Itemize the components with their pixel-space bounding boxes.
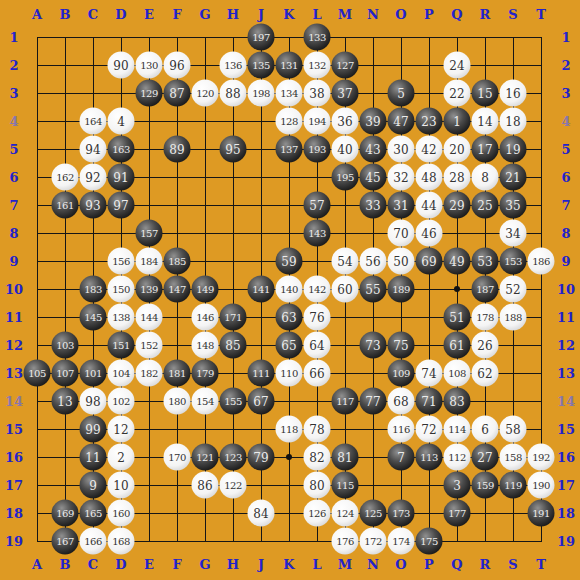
stone-D17-move-10: 10 [108,472,135,499]
move-number: 2 [117,451,125,463]
stone-J13-move-111: 111 [248,360,275,387]
move-number: 101 [84,368,102,378]
row-label-right-8: 8 [561,227,570,240]
move-number: 75 [393,339,408,351]
row-label-right-5: 5 [561,143,570,156]
stone-M18-move-124: 124 [332,500,359,527]
move-number: 146 [196,312,214,322]
move-number: 24 [449,59,464,71]
stone-O9-move-50: 50 [388,248,415,275]
column-label-top-F: F [172,8,181,21]
move-number: 134 [280,88,298,98]
column-label-top-K: K [283,8,294,21]
stone-L3-move-38: 38 [304,80,331,107]
move-number: 1 [453,115,461,127]
move-number: 35 [505,199,520,211]
stone-S6-move-21: 21 [500,164,527,191]
column-label-bottom-P: P [424,558,434,571]
stone-D2-move-90: 90 [108,52,135,79]
move-number: 135 [252,60,270,70]
move-number: 111 [252,368,270,378]
move-number: 95 [225,143,240,155]
stone-B7-move-161: 161 [52,192,79,219]
column-label-top-Q: Q [451,8,462,21]
stone-C16-move-11: 11 [80,444,107,471]
move-number: 21 [505,171,520,183]
row-label-right-13: 13 [557,367,575,380]
stone-M3-move-37: 37 [332,80,359,107]
stone-L10-move-142: 142 [304,276,331,303]
move-number: 62 [477,367,492,379]
move-number: 32 [393,171,408,183]
row-label-left-18: 18 [5,507,23,520]
stone-K10-move-140: 140 [276,276,303,303]
row-label-left-4: 4 [9,115,18,128]
move-number: 107 [56,368,74,378]
move-number: 181 [168,368,186,378]
stone-P16-move-113: 113 [416,444,443,471]
move-number: 89 [169,143,184,155]
row-label-right-11: 11 [557,311,575,324]
move-number: 59 [281,255,296,267]
move-number: 121 [196,452,214,462]
stone-G13-move-179: 179 [192,360,219,387]
move-number: 51 [449,311,464,323]
move-number: 52 [505,283,520,295]
move-number: 110 [280,368,298,378]
stone-F13-move-181: 181 [164,360,191,387]
move-number: 79 [253,451,268,463]
move-number: 25 [477,199,492,211]
stone-F10-move-147: 147 [164,276,191,303]
stone-M5-move-40: 40 [332,136,359,163]
move-number: 99 [85,423,100,435]
move-number: 23 [421,115,436,127]
move-number: 19 [505,143,520,155]
stone-O14-move-68: 68 [388,388,415,415]
row-label-right-15: 15 [557,423,575,436]
column-label-bottom-N: N [367,558,379,571]
move-number: 174 [392,536,410,546]
move-number: 125 [364,508,382,518]
move-number: 191 [532,508,550,518]
move-number: 29 [449,199,464,211]
move-number: 70 [393,227,408,239]
move-number: 195 [336,172,354,182]
stone-L13-move-66: 66 [304,360,331,387]
move-number: 157 [140,228,158,238]
move-number: 40 [337,143,352,155]
move-number: 57 [309,199,324,211]
row-label-right-10: 10 [557,283,575,296]
move-number: 164 [84,116,102,126]
stone-P6-move-48: 48 [416,164,443,191]
move-number: 118 [280,424,298,434]
move-number: 185 [168,256,186,266]
row-label-left-15: 15 [5,423,23,436]
stone-S10-move-52: 52 [500,276,527,303]
move-number: 182 [140,368,158,378]
stone-N14-move-77: 77 [360,388,387,415]
stone-Q15-move-114: 114 [444,416,471,443]
column-label-top-E: E [144,8,154,21]
stone-G14-move-154: 154 [192,388,219,415]
stone-P15-move-72: 72 [416,416,443,443]
move-number: 126 [308,508,326,518]
move-number: 43 [365,143,380,155]
move-number: 87 [169,87,184,99]
stone-S17-move-119: 119 [500,472,527,499]
move-number: 152 [140,340,158,350]
move-number: 180 [168,396,186,406]
move-number: 9 [89,479,97,491]
stone-E2-move-130: 130 [136,52,163,79]
move-number: 8 [481,171,489,183]
row-label-left-9: 9 [9,255,18,268]
row-label-right-4: 4 [561,115,570,128]
stone-O10-move-189: 189 [388,276,415,303]
stone-J2-move-135: 135 [248,52,275,79]
stone-S9-move-153: 153 [500,248,527,275]
stone-E12-move-152: 152 [136,332,163,359]
stone-L4-move-194: 194 [304,108,331,135]
stone-O4-move-47: 47 [388,108,415,135]
stone-B6-move-162: 162 [52,164,79,191]
move-number: 197 [252,32,270,42]
stone-N18-move-125: 125 [360,500,387,527]
stone-B18-move-169: 169 [52,500,79,527]
move-number: 169 [56,508,74,518]
move-number: 39 [365,115,380,127]
move-number: 10 [113,479,128,491]
move-number: 76 [309,311,324,323]
row-label-left-13: 13 [5,367,23,380]
column-label-bottom-B: B [60,558,71,571]
move-number: 120 [196,88,214,98]
column-label-bottom-K: K [283,558,294,571]
stone-N5-move-43: 43 [360,136,387,163]
column-label-top-J: J [258,8,264,21]
move-number: 144 [140,312,158,322]
stone-N19-move-172: 172 [360,528,387,555]
move-number: 22 [449,87,464,99]
column-label-top-S: S [508,8,517,21]
stone-C19-move-166: 166 [80,528,107,555]
go-board[interactable]: AABBCCDDEEFFGGHHJJKKLLMMNNOOPPQQRRSSTT11… [0,0,580,580]
move-number: 183 [84,284,102,294]
column-label-bottom-Q: Q [451,558,462,571]
stone-P8-move-46: 46 [416,220,443,247]
move-number: 3 [453,479,461,491]
move-number: 156 [112,256,130,266]
move-number: 109 [392,368,410,378]
stone-K11-move-63: 63 [276,304,303,331]
stone-M2-move-127: 127 [332,52,359,79]
move-number: 123 [224,452,242,462]
stone-E8-move-157: 157 [136,220,163,247]
move-number: 153 [504,256,522,266]
row-label-left-16: 16 [5,451,23,464]
move-number: 154 [196,396,214,406]
stone-L15-move-78: 78 [304,416,331,443]
stone-R4-move-14: 14 [472,108,499,135]
stone-S7-move-35: 35 [500,192,527,219]
move-number: 165 [84,508,102,518]
stone-L11-move-76: 76 [304,304,331,331]
move-number: 170 [168,452,186,462]
move-number: 68 [393,395,408,407]
column-label-bottom-J: J [258,558,264,571]
move-number: 42 [421,143,436,155]
stone-C14-move-98: 98 [80,388,107,415]
move-number: 47 [393,115,408,127]
move-number: 102 [112,396,130,406]
row-label-left-10: 10 [5,283,23,296]
move-number: 13 [57,395,72,407]
move-number: 175 [420,536,438,546]
move-number: 86 [197,479,212,491]
move-number: 7 [397,451,405,463]
stone-O16-move-7: 7 [388,444,415,471]
stone-K5-move-137: 137 [276,136,303,163]
move-number: 130 [140,60,158,70]
move-number: 50 [393,255,408,267]
column-label-bottom-F: F [172,558,181,571]
column-label-top-C: C [88,8,98,21]
move-number: 31 [393,199,408,211]
row-label-left-8: 8 [9,227,18,240]
move-number: 108 [448,368,466,378]
stone-N10-move-55: 55 [360,276,387,303]
column-label-top-A: A [32,8,42,21]
move-number: 82 [309,451,324,463]
row-label-right-6: 6 [561,171,570,184]
column-label-bottom-L: L [312,558,321,571]
move-number: 58 [505,423,520,435]
move-number: 161 [56,200,74,210]
stone-Q14-move-83: 83 [444,388,471,415]
stone-N7-move-33: 33 [360,192,387,219]
stone-R9-move-53: 53 [472,248,499,275]
stone-M6-move-195: 195 [332,164,359,191]
move-number: 149 [196,284,214,294]
move-number: 17 [477,143,492,155]
move-number: 48 [421,171,436,183]
stone-S16-move-158: 158 [500,444,527,471]
stone-P13-move-74: 74 [416,360,443,387]
stone-H5-move-95: 95 [220,136,247,163]
stone-M10-move-60: 60 [332,276,359,303]
move-number: 61 [449,339,464,351]
move-number: 18 [505,115,520,127]
move-number: 187 [476,284,494,294]
stone-E9-move-184: 184 [136,248,163,275]
stone-O7-move-31: 31 [388,192,415,219]
move-number: 167 [56,536,74,546]
stone-L18-move-126: 126 [304,500,331,527]
stone-G11-move-146: 146 [192,304,219,331]
move-number: 113 [420,452,438,462]
stone-N9-move-56: 56 [360,248,387,275]
column-label-top-O: O [395,8,406,21]
row-label-right-12: 12 [557,339,575,352]
row-label-right-14: 14 [557,395,575,408]
move-number: 12 [113,423,128,435]
stone-L5-move-193: 193 [304,136,331,163]
move-number: 6 [481,423,489,435]
stone-H11-move-171: 171 [220,304,247,331]
column-label-bottom-R: R [480,558,491,571]
move-number: 129 [140,88,158,98]
stone-L17-move-80: 80 [304,472,331,499]
stone-F14-move-180: 180 [164,388,191,415]
stone-E3-move-129: 129 [136,80,163,107]
column-label-top-G: G [199,8,210,21]
stone-F5-move-89: 89 [164,136,191,163]
move-number: 122 [224,480,242,490]
column-label-bottom-T: T [536,558,546,571]
move-number: 145 [84,312,102,322]
move-number: 60 [337,283,352,295]
stone-R7-move-25: 25 [472,192,499,219]
column-label-top-R: R [480,8,491,21]
stone-B13-move-107: 107 [52,360,79,387]
stone-R16-move-27: 27 [472,444,499,471]
stone-O12-move-75: 75 [388,332,415,359]
move-number: 114 [448,424,466,434]
stone-D11-move-138: 138 [108,304,135,331]
move-number: 93 [85,199,100,211]
column-label-top-L: L [312,8,321,21]
stone-Q9-move-49: 49 [444,248,471,275]
move-number: 148 [196,340,214,350]
stone-K13-move-110: 110 [276,360,303,387]
move-number: 46 [421,227,436,239]
move-number: 73 [365,339,380,351]
move-number: 119 [504,480,522,490]
move-number: 193 [308,144,326,154]
column-label-bottom-H: H [227,558,239,571]
stone-M16-move-81: 81 [332,444,359,471]
move-number: 192 [532,452,550,462]
row-label-left-19: 19 [5,535,23,548]
move-number: 112 [448,452,466,462]
stone-D12-move-151: 151 [108,332,135,359]
stone-G10-move-149: 149 [192,276,219,303]
stone-O3-move-5: 5 [388,80,415,107]
stone-O19-move-174: 174 [388,528,415,555]
stone-R10-move-187: 187 [472,276,499,303]
move-number: 163 [112,144,130,154]
move-number: 53 [477,255,492,267]
move-number: 37 [337,87,352,99]
stone-C18-move-165: 165 [80,500,107,527]
column-label-top-P: P [424,8,434,21]
move-number: 36 [337,115,352,127]
move-number: 28 [449,171,464,183]
move-number: 178 [476,312,494,322]
stone-E10-move-139: 139 [136,276,163,303]
stone-S11-move-188: 188 [500,304,527,331]
move-number: 67 [253,395,268,407]
stone-B14-move-13: 13 [52,388,79,415]
move-number: 54 [337,255,352,267]
stone-S5-move-19: 19 [500,136,527,163]
column-label-top-N: N [367,8,379,21]
move-number: 139 [140,284,158,294]
stone-H14-move-155: 155 [220,388,247,415]
star-point-Q10 [454,286,460,292]
move-number: 71 [421,395,436,407]
move-number: 160 [112,508,130,518]
move-number: 176 [336,536,354,546]
stone-D9-move-156: 156 [108,248,135,275]
stone-Q17-move-3: 3 [444,472,471,499]
row-label-right-17: 17 [557,479,575,492]
column-label-bottom-O: O [395,558,406,571]
column-label-top-H: H [227,8,239,21]
stone-J1-move-197: 197 [248,24,275,51]
move-number: 84 [253,507,268,519]
stone-T9-move-186: 186 [528,248,555,275]
stone-G16-move-121: 121 [192,444,219,471]
stone-Q18-move-177: 177 [444,500,471,527]
stone-D13-move-104: 104 [108,360,135,387]
move-number: 159 [476,480,494,490]
stone-C5-move-94: 94 [80,136,107,163]
move-number: 88 [225,87,240,99]
move-number: 27 [477,451,492,463]
move-number: 177 [448,508,466,518]
stone-J14-move-67: 67 [248,388,275,415]
stone-R6-move-8: 8 [472,164,499,191]
row-label-right-2: 2 [561,59,570,72]
stone-L12-move-64: 64 [304,332,331,359]
column-label-bottom-C: C [88,558,98,571]
stone-Q3-move-22: 22 [444,80,471,107]
move-number: 96 [169,59,184,71]
stone-N4-move-39: 39 [360,108,387,135]
stone-C4-move-164: 164 [80,108,107,135]
stone-O15-move-116: 116 [388,416,415,443]
stone-O8-move-70: 70 [388,220,415,247]
move-number: 105 [28,368,46,378]
stone-J18-move-84: 84 [248,500,275,527]
move-number: 20 [449,143,464,155]
move-number: 55 [365,283,380,295]
stone-J3-move-198: 198 [248,80,275,107]
stone-L1-move-133: 133 [304,24,331,51]
move-number: 81 [337,451,352,463]
stone-T16-move-192: 192 [528,444,555,471]
stone-D5-move-163: 163 [108,136,135,163]
column-label-bottom-E: E [144,558,154,571]
move-number: 30 [393,143,408,155]
stone-M9-move-54: 54 [332,248,359,275]
stone-M17-move-115: 115 [332,472,359,499]
stone-L16-move-82: 82 [304,444,331,471]
stone-R17-move-159: 159 [472,472,499,499]
stone-D16-move-2: 2 [108,444,135,471]
row-label-left-12: 12 [5,339,23,352]
move-number: 34 [505,227,520,239]
move-number: 184 [140,256,158,266]
stone-O5-move-30: 30 [388,136,415,163]
move-number: 186 [532,256,550,266]
stone-R3-move-15: 15 [472,80,499,107]
stone-G3-move-120: 120 [192,80,219,107]
move-number: 26 [477,339,492,351]
